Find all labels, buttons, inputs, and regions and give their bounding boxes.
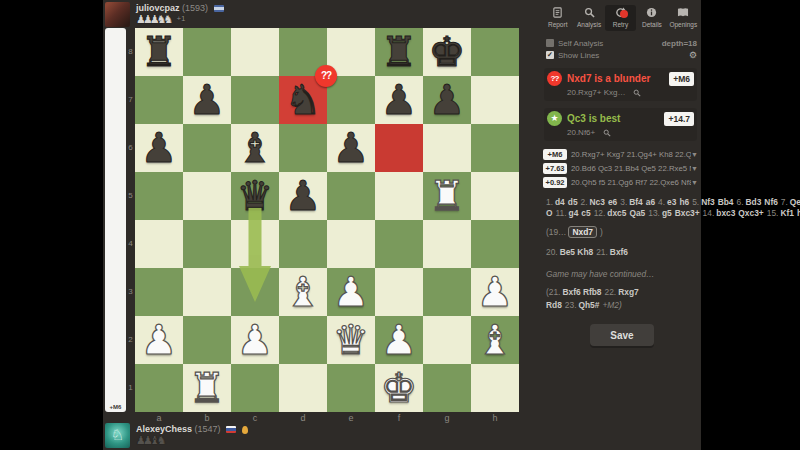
rank-label: 6: [126, 124, 135, 172]
tab-label: Analysis: [573, 21, 604, 28]
captured-bishop-icon: ♝: [150, 434, 157, 447]
square-d2[interactable]: [279, 316, 327, 364]
move-token[interactable]: Bf4: [629, 197, 643, 207]
player-name[interactable]: juliovcpaz (1593): [136, 3, 224, 13]
openings-icon: [668, 7, 699, 20]
white-pawn-h3: ♟: [471, 268, 519, 316]
move-number: 5.: [692, 197, 699, 207]
move-token: 20.: [546, 247, 558, 257]
square-e2[interactable]: ♛: [327, 316, 375, 364]
analysis-panel: Report Analysis Retry Details Openings S…: [540, 0, 701, 450]
move-number: 12.: [594, 208, 606, 218]
white-pawn-f2: ♟: [375, 316, 423, 364]
captured-pawn-icon: ♟: [150, 13, 157, 26]
white-king-f1: ♚: [375, 364, 423, 412]
tab-label: Retry: [605, 21, 636, 28]
square-g2[interactable]: [423, 316, 471, 364]
square-c5[interactable]: ♛: [231, 172, 279, 220]
square-e6[interactable]: ♟: [327, 124, 375, 172]
square-e3[interactable]: ♟: [327, 268, 375, 316]
move-number: 2.: [581, 197, 588, 207]
details-icon: [636, 7, 667, 20]
line-moves: 20.Qh5 f5 21.Qg6 Rf7 22.Qxe6 Nf8 2: [571, 178, 691, 187]
self-analysis-row[interactable]: Self Analysis depth=18: [546, 37, 697, 49]
move-number: 15.: [767, 208, 779, 218]
move-token[interactable]: Qxc3+: [738, 208, 763, 218]
black-bishop-c6: ♝: [231, 124, 279, 172]
self-analysis-label: Self Analysis: [558, 39, 603, 48]
square-c6[interactable]: ♝: [231, 124, 279, 172]
blunder-eval-badge: +M6: [669, 72, 694, 86]
white-pawn-e3: ♟: [327, 268, 375, 316]
square-a2[interactable]: ♟: [135, 316, 183, 364]
square-h3[interactable]: ♟: [471, 268, 519, 316]
rank-label: 7: [126, 76, 135, 124]
avatar[interactable]: [105, 2, 130, 27]
depth-value: depth=18: [662, 39, 697, 48]
square-b1[interactable]: ♜: [183, 364, 231, 412]
captured-pawn-icon: ♟: [136, 13, 143, 26]
move-token: ): [600, 227, 603, 237]
tab-openings[interactable]: Openings: [668, 5, 699, 31]
square-c3[interactable]: [231, 268, 279, 316]
move-token: (21.: [546, 287, 560, 297]
retry-notification-badge: [620, 10, 628, 18]
move-number: 13.: [648, 208, 660, 218]
square-b5[interactable]: [183, 172, 231, 220]
file-labels: abcdefgh: [135, 412, 519, 424]
black-pawn-f7: ♟: [375, 76, 423, 124]
move-token[interactable]: Nc3: [590, 197, 605, 207]
player-name[interactable]: AlexeyChess (1547): [136, 424, 248, 434]
square-f2[interactable]: ♟: [375, 316, 423, 364]
captured-pawn-icon: ♟: [143, 434, 150, 447]
blunder-card: ?? Nxd7 is a blunder +M6 20.Rxg7+ Kxg…: [544, 68, 697, 101]
rank-labels: 87654321: [126, 28, 135, 412]
black-rook-f8: ♜: [375, 28, 423, 76]
square-c7[interactable]: [231, 76, 279, 124]
square-a5[interactable]: [135, 172, 183, 220]
square-b4[interactable]: [183, 220, 231, 268]
retry-icon: [605, 7, 636, 20]
black-pawn-e6: ♟: [327, 124, 375, 172]
file-label: g: [423, 412, 471, 424]
self-analysis-checkbox[interactable]: [546, 39, 554, 47]
square-h7[interactable]: [471, 76, 519, 124]
move-token[interactable]: Bd3: [746, 197, 762, 207]
move-number: 7.: [781, 197, 788, 207]
move-number: 14.: [703, 208, 715, 218]
file-label: f: [375, 412, 423, 424]
chevron-down-icon[interactable]: ▼: [691, 179, 699, 186]
best-eval-badge: +14.7: [664, 112, 694, 126]
square-e5[interactable]: [327, 172, 375, 220]
line-eval-badge: +7.63: [543, 163, 567, 174]
move-number: 4.: [658, 197, 665, 207]
chess-analysis-app: juliovcpaz (1593) ♟♟♟♞♞+1 +M6 87654321 ♜…: [103, 0, 701, 450]
line-eval-badge: +0.92: [543, 177, 567, 188]
black-pawn-d5: ♟: [279, 172, 327, 220]
square-c4[interactable]: [231, 220, 279, 268]
line-moves: 20.Rxg7+ Kxg7 21.Qg4+ Kh8 22.Qh4: [571, 150, 691, 159]
square-a7[interactable]: [135, 76, 183, 124]
square-c2[interactable]: ♟: [231, 316, 279, 364]
square-h4[interactable]: [471, 220, 519, 268]
black-rook-a8: ♜: [135, 28, 183, 76]
square-f3[interactable]: [375, 268, 423, 316]
move-token[interactable]: Kf1: [780, 208, 794, 218]
square-b2[interactable]: [183, 316, 231, 364]
move-token: (19…: [546, 227, 566, 237]
best-line[interactable]: 20.Nf6+: [567, 128, 595, 137]
square-a3[interactable]: [135, 268, 183, 316]
show-lines-row[interactable]: ✓ Show Lines ⚙: [546, 49, 697, 61]
engine-continuation: (21.Bxf6 Rfb822.Rxg7 Rd823.Qh5#+M2): [546, 286, 697, 312]
move-token[interactable]: g4: [569, 208, 579, 218]
move-token[interactable]: Bb4: [718, 197, 734, 207]
square-f6[interactable]: [375, 124, 423, 172]
square-a4[interactable]: [135, 220, 183, 268]
avatar[interactable]: ♘: [105, 423, 130, 448]
player-name-text: AlexeyChess: [136, 424, 192, 434]
best-move-star-icon: ★: [547, 111, 562, 126]
square-g3[interactable]: [423, 268, 471, 316]
rank-label: 5: [126, 172, 135, 220]
flame-icon: [242, 426, 248, 434]
black-pawn-g7: ♟: [423, 76, 471, 124]
square-d3[interactable]: ♝: [279, 268, 327, 316]
square-e4[interactable]: [327, 220, 375, 268]
square-b3[interactable]: [183, 268, 231, 316]
square-g4[interactable]: [423, 220, 471, 268]
captured-pawn-icon: ♟: [136, 434, 143, 447]
best-move-card: ★ Qc3 is best +14.7 20.Nf6+: [544, 108, 697, 141]
engine-line-2[interactable]: +7.63 20.Bd6 Qc3 21.Bb4 Qe5 22.Rxe5 Nxe……: [543, 161, 699, 175]
tab-label: Report: [542, 21, 573, 28]
eval-value: +M6: [105, 404, 126, 410]
tab-label: Details: [636, 21, 667, 28]
rank-label: 4: [126, 220, 135, 268]
move-number: 6.: [737, 197, 744, 207]
magnifier-icon[interactable]: [603, 129, 611, 137]
tab-details[interactable]: Details: [636, 5, 667, 31]
flag-icon: [226, 426, 236, 433]
square-f4[interactable]: [375, 220, 423, 268]
player-rating: (1547): [195, 424, 221, 434]
report-icon: [542, 7, 573, 20]
move-token[interactable]: Nf6: [764, 197, 778, 207]
square-h6[interactable]: [471, 124, 519, 172]
analysis-settings: Self Analysis depth=18 ✓ Show Lines ⚙: [546, 37, 697, 61]
file-label: b: [183, 412, 231, 424]
square-d1[interactable]: [279, 364, 327, 412]
black-queen-c5: ♛: [231, 172, 279, 220]
chevron-down-icon[interactable]: ▼: [691, 165, 699, 172]
square-d5[interactable]: ♟: [279, 172, 327, 220]
captured-knight-icon: ♞: [164, 13, 171, 26]
captured-pawn-icon: ♟: [143, 13, 150, 26]
move-token[interactable]: Nxd7: [568, 226, 596, 238]
panel-tabs: Report Analysis Retry Details Openings: [542, 5, 699, 31]
square-f5[interactable]: [375, 172, 423, 220]
white-queen-e2: ♛: [327, 316, 375, 364]
engine-line-1[interactable]: +M6 20.Rxg7+ Kxg7 21.Qg4+ Kh8 22.Qh4 ▼: [543, 147, 699, 161]
move-token: 22.: [605, 287, 617, 297]
blunder-badge-icon: ??: [315, 65, 337, 87]
square-b8[interactable]: [183, 28, 231, 76]
move-token[interactable]: d5: [568, 197, 578, 207]
flag-icon: [214, 5, 224, 12]
square-h2[interactable]: ♝: [471, 316, 519, 364]
gear-icon[interactable]: ⚙: [689, 50, 697, 60]
captured-pieces: ♟♟♟♞♞+1: [136, 13, 186, 26]
move-token[interactable]: Qh5#: [578, 300, 599, 310]
show-lines-label: Show Lines: [558, 51, 599, 60]
line-eval-badge: +M6: [543, 149, 567, 160]
rank-label: 1: [126, 364, 135, 412]
square-f8[interactable]: ♜: [375, 28, 423, 76]
move-number: 11.: [556, 208, 567, 218]
white-bishop-d3: ♝: [279, 268, 327, 316]
square-d4[interactable]: [279, 220, 327, 268]
player-rating: (1593): [182, 3, 208, 13]
save-button[interactable]: Save: [590, 324, 654, 346]
square-f7[interactable]: ♟: [375, 76, 423, 124]
square-d6[interactable]: [279, 124, 327, 172]
line-moves: 20.Bd6 Qc3 21.Bb4 Qe5 22.Rxe5 Nxe…: [571, 164, 691, 173]
file-label: a: [135, 412, 183, 424]
square-h1[interactable]: [471, 364, 519, 412]
square-a6[interactable]: ♟: [135, 124, 183, 172]
magnifier-icon[interactable]: [633, 89, 641, 97]
white-rook-g5: ♜: [423, 172, 471, 220]
square-g8[interactable]: ♚: [423, 28, 471, 76]
tab-label: Openings: [668, 21, 699, 28]
analysis-icon: [573, 7, 604, 20]
tab-report[interactable]: Report: [542, 5, 573, 31]
move-token[interactable]: g5: [662, 208, 672, 218]
chevron-down-icon[interactable]: ▼: [691, 151, 699, 158]
move-number: 3.: [620, 197, 627, 207]
square-a8[interactable]: ♜: [135, 28, 183, 76]
square-e1[interactable]: [327, 364, 375, 412]
move-token[interactable]: Nf3: [701, 197, 715, 207]
move-token: 21.: [596, 247, 608, 257]
square-a1[interactable]: [135, 364, 183, 412]
captured-knight-icon: ♞: [157, 434, 164, 447]
move-token[interactable]: Qe2: [790, 197, 800, 207]
blunder-icon: ??: [547, 71, 562, 86]
tab-retry[interactable]: Retry: [605, 5, 636, 31]
captured-pieces: ♟♟♝♞: [136, 434, 164, 447]
square-c8[interactable]: [231, 28, 279, 76]
eval-bar: +M6: [105, 28, 126, 412]
black-pawn-b7: ♟: [183, 76, 231, 124]
current-variation: (19…Nxd7): [546, 226, 697, 239]
blunder-title: Nxd7 is a blunder: [567, 73, 650, 84]
square-g7[interactable]: ♟: [423, 76, 471, 124]
engine-lines: +M6 20.Rxg7+ Kxg7 21.Qg4+ Kh8 22.Qh4 ▼+7…: [543, 147, 699, 189]
rank-label: 8: [126, 28, 135, 76]
move-token[interactable]: a6: [646, 197, 655, 207]
black-king-g8: ♚: [423, 28, 471, 76]
captured-knight-icon: ♞: [157, 13, 164, 26]
move-token[interactable]: dxc5: [607, 208, 626, 218]
white-pawn-c2: ♟: [231, 316, 279, 364]
file-label: e: [327, 412, 375, 424]
move-token[interactable]: Bxf6 Rfb8: [562, 287, 601, 297]
best-move-title: Qc3 is best: [567, 113, 620, 124]
white-rook-b1: ♜: [183, 364, 231, 412]
file-label: c: [231, 412, 279, 424]
move-token[interactable]: e3: [667, 197, 676, 207]
move-list: 1.d4d52.Nc3e63.Bf4a64.e3h65.Nf3Bb46.Bd3N…: [546, 197, 696, 219]
move-token[interactable]: c5: [581, 208, 590, 218]
continued-label: Game may have continued…: [546, 269, 697, 279]
move-token[interactable]: h6: [679, 197, 689, 207]
square-b7[interactable]: ♟: [183, 76, 231, 124]
move-token[interactable]: Qa5: [629, 208, 645, 218]
square-b6[interactable]: [183, 124, 231, 172]
tab-analysis[interactable]: Analysis: [573, 5, 604, 31]
move-number: 1.: [546, 197, 553, 207]
square-g1[interactable]: [423, 364, 471, 412]
move-token: 23.: [565, 300, 577, 310]
square-c1[interactable]: [231, 364, 279, 412]
blunder-line[interactable]: 20.Rxg7+ Kxg…: [567, 88, 625, 97]
black-pawn-a6: ♟: [135, 124, 183, 172]
material-count: +1: [176, 14, 185, 23]
move-token[interactable]: Bxc3+: [675, 208, 700, 218]
rank-label: 3: [126, 268, 135, 316]
square-h5[interactable]: [471, 172, 519, 220]
white-pawn-a2: ♟: [135, 316, 183, 364]
file-label: d: [279, 412, 327, 424]
move-token[interactable]: d4: [555, 197, 565, 207]
engine-line-3[interactable]: +0.92 20.Qh5 f5 21.Qg6 Rf7 22.Qxe6 Nf8 2…: [543, 175, 699, 189]
played-continuation: 20.Be5 Kh821.Bxf6: [546, 246, 697, 259]
white-bishop-h2: ♝: [471, 316, 519, 364]
move-token[interactable]: Be5 Kh8: [560, 247, 594, 257]
move-token[interactable]: e6: [608, 197, 617, 207]
move-token[interactable]: bxc3: [716, 208, 735, 218]
show-lines-checkbox[interactable]: ✓: [546, 51, 554, 59]
move-token: +M2): [602, 300, 621, 310]
file-label: h: [471, 412, 519, 424]
rank-label: 2: [126, 316, 135, 364]
player-name-text: juliovcpaz: [136, 3, 180, 13]
move-token[interactable]: Bxf6: [610, 247, 628, 257]
square-h8[interactable]: [471, 28, 519, 76]
square-f1[interactable]: ♚: [375, 364, 423, 412]
square-g6[interactable]: [423, 124, 471, 172]
square-g5[interactable]: ♜: [423, 172, 471, 220]
